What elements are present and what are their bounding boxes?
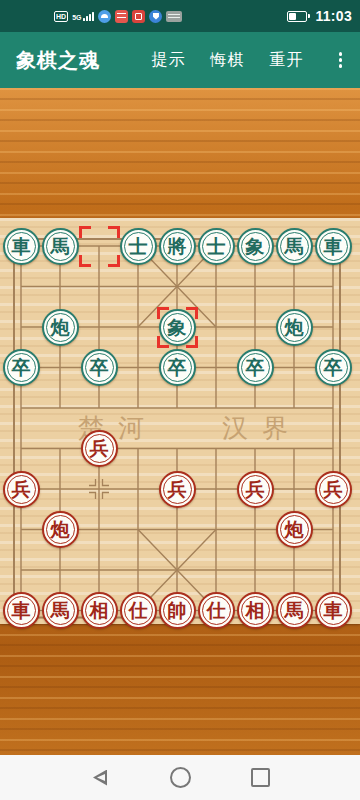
signal-icon: 5G [72,12,94,21]
piece-black-卒[interactable]: 卒 [237,349,274,386]
piece-black-馬[interactable]: 馬 [276,228,313,265]
notification-browser-icon [98,10,111,23]
undo-move-button[interactable]: 悔棋 [209,48,247,73]
last-move-marker [159,309,196,346]
restart-button[interactable]: 重开 [268,48,306,73]
piece-black-士[interactable]: 士 [120,228,157,265]
back-icon[interactable] [88,766,112,790]
app-bar-actions: 提示 悔棋 重开 [150,48,349,73]
status-icons-right: 11:03 [287,8,352,24]
signal-bars-icon [83,12,94,21]
app-title: 象棋之魂 [16,47,150,74]
piece-red-相[interactable]: 相 [237,592,274,629]
piece-black-將[interactable]: 將 [159,228,196,265]
notification-sms-icon [166,11,182,22]
piece-black-馬[interactable]: 馬 [42,228,79,265]
piece-red-相[interactable]: 相 [81,592,118,629]
piece-red-兵[interactable]: 兵 [81,430,118,467]
piece-red-帥[interactable]: 帥 [159,592,196,629]
piece-red-馬[interactable]: 馬 [42,592,79,629]
hint-button[interactable]: 提示 [150,48,188,73]
piece-red-兵[interactable]: 兵 [315,471,352,508]
piece-red-兵[interactable]: 兵 [159,471,196,508]
piece-black-卒[interactable]: 卒 [3,349,40,386]
android-nav-bar [0,755,360,800]
piece-black-卒[interactable]: 卒 [315,349,352,386]
piece-red-兵[interactable]: 兵 [237,471,274,508]
phone-screen: HD 5G 11:03 象棋之魂 提示 悔棋 重开 [0,0,360,800]
recents-icon[interactable] [248,766,272,790]
piece-red-馬[interactable]: 馬 [276,592,313,629]
piece-red-仕[interactable]: 仕 [198,592,235,629]
piece-black-象[interactable]: 象 [237,228,274,265]
piece-black-炮[interactable]: 炮 [276,309,313,346]
piece-red-炮[interactable]: 炮 [276,511,313,548]
piece-black-車[interactable]: 車 [315,228,352,265]
last-move-marker [81,228,118,265]
piece-red-兵[interactable]: 兵 [3,471,40,508]
clock-text: 11:03 [315,8,352,24]
battery-icon [287,11,310,22]
xiangqi-board[interactable]: 楚河 汉界 車馬士將士象馬車炮象炮卒卒卒卒卒兵兵兵兵兵炮炮車馬相仕帥仕相馬車 [0,218,360,624]
piece-black-炮[interactable]: 炮 [42,309,79,346]
notification-shield-icon [149,10,162,23]
piece-red-車[interactable]: 車 [315,592,352,629]
notification-app-icon [132,10,145,23]
piece-red-炮[interactable]: 炮 [42,511,79,548]
piece-black-卒[interactable]: 卒 [159,349,196,386]
wood-background: 楚河 汉界 車馬士將士象馬車炮象炮卒卒卒卒卒兵兵兵兵兵炮炮車馬相仕帥仕相馬車 [0,88,360,755]
network-type-label: 5G [72,14,81,21]
home-icon[interactable] [168,766,192,790]
hd-icon: HD [54,11,68,22]
piece-black-卒[interactable]: 卒 [81,349,118,386]
piece-black-車[interactable]: 車 [3,228,40,265]
notification-notes-icon [115,10,128,23]
status-icons-left: HD 5G [54,0,182,32]
pieces-layer: 車馬士將士象馬車炮象炮卒卒卒卒卒兵兵兵兵兵炮炮車馬相仕帥仕相馬車 [2,226,353,631]
piece-red-車[interactable]: 車 [3,592,40,629]
app-bar: 象棋之魂 提示 悔棋 重开 [0,32,360,88]
status-bar: HD 5G 11:03 [0,0,360,32]
overflow-menu-icon[interactable] [333,48,349,72]
piece-red-仕[interactable]: 仕 [120,592,157,629]
piece-black-士[interactable]: 士 [198,228,235,265]
